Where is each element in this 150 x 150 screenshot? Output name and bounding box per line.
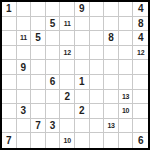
empty-cell-r1c5[interactable] [60,2,75,17]
empty-cell-r2c1[interactable] [2,17,17,32]
clue-cell-r1c6: 9 [75,2,90,17]
empty-cell-r5c10[interactable] [133,60,148,75]
empty-cell-r1c3[interactable] [31,2,46,17]
empty-cell-r5c3[interactable] [31,60,46,75]
empty-cell-r9c5[interactable] [60,119,75,134]
empty-cell-r8c7[interactable] [90,104,105,119]
empty-cell-r1c2[interactable] [17,2,32,17]
empty-cell-r4c7[interactable] [90,46,105,61]
empty-cell-r10c9[interactable] [119,133,134,148]
empty-cell-r7c4[interactable] [46,90,61,105]
empty-cell-r2c6[interactable] [75,17,90,32]
empty-cell-r5c9[interactable] [119,60,134,75]
empty-cell-r4c9[interactable] [119,46,134,61]
clue-cell-r4c5: 12 [60,46,75,61]
empty-cell-r9c9[interactable] [119,119,134,134]
empty-cell-r9c1[interactable] [2,119,17,134]
empty-cell-r10c3[interactable] [31,133,46,148]
clue-cell-r7c9: 13 [119,90,134,105]
clue-cell-r1c1: 1 [2,2,17,17]
empty-cell-r6c8[interactable] [104,75,119,90]
empty-cell-r10c4[interactable] [46,133,61,148]
empty-cell-r9c10[interactable] [133,119,148,134]
empty-cell-r1c9[interactable] [119,2,134,17]
empty-cell-r6c1[interactable] [2,75,17,90]
clue-cell-r2c4: 5 [46,17,61,32]
empty-cell-r5c4[interactable] [46,60,61,75]
clue-cell-r6c6: 1 [75,75,90,90]
clue-cell-r3c3: 5 [31,31,46,46]
empty-cell-r10c7[interactable] [90,133,105,148]
clue-cell-r6c4: 6 [46,75,61,90]
clue-cell-r10c1: 7 [2,133,17,148]
empty-cell-r7c2[interactable] [17,90,32,105]
empty-cell-r1c8[interactable] [104,2,119,17]
empty-cell-r3c4[interactable] [46,31,61,46]
empty-cell-r5c7[interactable] [90,60,105,75]
empty-cell-r4c1[interactable] [2,46,17,61]
empty-cell-r3c7[interactable] [90,31,105,46]
empty-cell-r3c9[interactable] [119,31,134,46]
clue-cell-r2c10: 8 [133,17,148,32]
clue-cell-r9c3: 7 [31,119,46,134]
empty-cell-r6c3[interactable] [31,75,46,90]
empty-cell-r2c9[interactable] [119,17,134,32]
empty-cell-r5c5[interactable] [60,60,75,75]
empty-cell-r4c6[interactable] [75,46,90,61]
empty-cell-r9c7[interactable] [90,119,105,134]
empty-cell-r7c10[interactable] [133,90,148,105]
empty-cell-r4c8[interactable] [104,46,119,61]
empty-cell-r10c2[interactable] [17,133,32,148]
empty-cell-r8c8[interactable] [104,104,119,119]
clue-cell-r4c10: 12 [133,46,148,61]
clue-cell-r3c2: 11 [17,31,32,46]
empty-cell-r7c3[interactable] [31,90,46,105]
empty-cell-r9c2[interactable] [17,119,32,134]
empty-cell-r9c6[interactable] [75,119,90,134]
clue-cell-r2c5: 11 [60,17,75,32]
empty-cell-r3c6[interactable] [75,31,90,46]
empty-cell-r7c8[interactable] [104,90,119,105]
clue-cell-r9c8: 13 [104,119,119,134]
clue-cell-r8c9: 10 [119,104,134,119]
empty-cell-r2c7[interactable] [90,17,105,32]
clue-cell-r10c10: 6 [133,133,148,148]
empty-cell-r6c5[interactable] [60,75,75,90]
empty-cell-r7c6[interactable] [75,90,90,105]
empty-cell-r3c1[interactable] [2,31,17,46]
empty-cell-r5c1[interactable] [2,60,17,75]
empty-cell-r2c2[interactable] [17,17,32,32]
clue-cell-r8c2: 3 [17,104,32,119]
clue-cell-r3c10: 4 [133,31,148,46]
clue-cell-r5c2: 9 [17,60,32,75]
clue-cell-r3c8: 8 [104,31,119,46]
empty-cell-r5c6[interactable] [75,60,90,75]
empty-cell-r6c7[interactable] [90,75,105,90]
empty-cell-r5c8[interactable] [104,60,119,75]
clue-cell-r1c10: 4 [133,2,148,17]
clue-cell-r10c5: 10 [60,133,75,148]
clue-cell-r9c4: 3 [46,119,61,134]
clue-cell-r8c6: 2 [75,104,90,119]
empty-cell-r7c1[interactable] [2,90,17,105]
empty-cell-r6c9[interactable] [119,75,134,90]
empty-cell-r4c4[interactable] [46,46,61,61]
empty-cell-r8c10[interactable] [133,104,148,119]
empty-cell-r8c5[interactable] [60,104,75,119]
clue-cell-r7c5: 2 [60,90,75,105]
empty-cell-r10c8[interactable] [104,133,119,148]
fillomino-board: 1945118115841212961213321073137106 [0,0,150,150]
empty-cell-r6c2[interactable] [17,75,32,90]
empty-cell-r8c4[interactable] [46,104,61,119]
empty-cell-r10c6[interactable] [75,133,90,148]
empty-cell-r8c3[interactable] [31,104,46,119]
empty-cell-r2c3[interactable] [31,17,46,32]
empty-cell-r6c10[interactable] [133,75,148,90]
empty-cell-r3c5[interactable] [60,31,75,46]
empty-cell-r2c8[interactable] [104,17,119,32]
empty-cell-r1c7[interactable] [90,2,105,17]
empty-cell-r8c1[interactable] [2,104,17,119]
empty-cell-r4c3[interactable] [31,46,46,61]
empty-cell-r4c2[interactable] [17,46,32,61]
empty-cell-r7c7[interactable] [90,90,105,105]
empty-cell-r1c4[interactable] [46,2,61,17]
